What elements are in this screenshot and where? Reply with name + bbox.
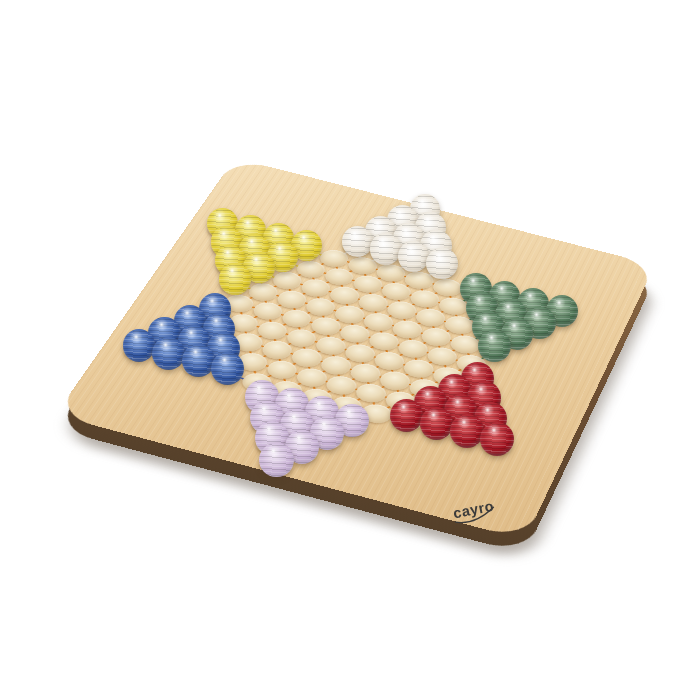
product-photo: cayro xyxy=(0,0,700,700)
